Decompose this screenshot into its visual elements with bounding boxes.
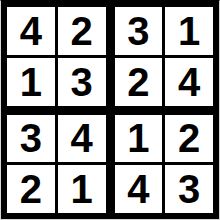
cell-r4c1[interactable]: 2 xyxy=(7,165,55,213)
cell-r3c2[interactable]: 4 xyxy=(58,115,106,163)
cell-r3c3[interactable]: 1 xyxy=(115,115,163,163)
cell-r2c2[interactable]: 3 xyxy=(58,58,106,106)
cell-r4c4[interactable]: 3 xyxy=(165,165,213,213)
cell-r2c1[interactable]: 1 xyxy=(7,58,55,106)
sudoku-board: 4 2 1 3 3 1 2 4 3 4 2 1 1 2 4 3 xyxy=(0,0,220,220)
cell-r2c3[interactable]: 2 xyxy=(115,58,163,106)
cell-r1c3[interactable]: 3 xyxy=(115,7,163,55)
cell-r3c1[interactable]: 3 xyxy=(7,115,55,163)
cell-r3c4[interactable]: 2 xyxy=(165,115,213,163)
box-top-left: 4 2 1 3 xyxy=(7,7,106,106)
box-bottom-right: 1 2 4 3 xyxy=(115,115,214,214)
cell-r1c1[interactable]: 4 xyxy=(7,7,55,55)
cell-r2c4[interactable]: 4 xyxy=(165,58,213,106)
cell-r1c2[interactable]: 2 xyxy=(58,7,106,55)
cell-r1c4[interactable]: 1 xyxy=(165,7,213,55)
box-top-right: 3 1 2 4 xyxy=(115,7,214,106)
cell-r4c3[interactable]: 4 xyxy=(115,165,163,213)
box-bottom-left: 3 4 2 1 xyxy=(7,115,106,214)
cell-r4c2[interactable]: 1 xyxy=(58,165,106,213)
